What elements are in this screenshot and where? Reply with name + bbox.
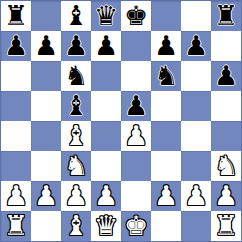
square-e4[interactable]: ♟ — [121, 121, 151, 151]
square-a4[interactable] — [1, 121, 31, 151]
square-d6[interactable] — [91, 61, 121, 91]
square-b2[interactable]: ♟ — [31, 181, 61, 211]
square-e1[interactable]: ♚ — [121, 211, 151, 241]
square-h4[interactable] — [211, 121, 241, 151]
piece-black-bishop[interactable]: ♝ — [64, 92, 88, 119]
piece-black-pawn[interactable]: ♟ — [154, 32, 178, 59]
piece-white-pawn[interactable]: ♟ — [64, 182, 88, 209]
square-e8[interactable]: ♚ — [121, 1, 151, 31]
square-f3[interactable] — [151, 151, 181, 181]
square-a5[interactable] — [1, 91, 31, 121]
square-c6[interactable]: ♞ — [61, 61, 91, 91]
square-f7[interactable]: ♟ — [151, 31, 181, 61]
square-e2[interactable] — [121, 181, 151, 211]
square-h3[interactable]: ♞ — [211, 151, 241, 181]
square-e7[interactable] — [121, 31, 151, 61]
piece-black-knight[interactable]: ♞ — [64, 62, 88, 89]
piece-black-pawn[interactable]: ♟ — [4, 32, 28, 59]
square-f6[interactable]: ♞ — [151, 61, 181, 91]
square-c2[interactable]: ♟ — [61, 181, 91, 211]
square-c4[interactable]: ♝ — [61, 121, 91, 151]
piece-white-pawn[interactable]: ♟ — [94, 182, 118, 209]
square-g4[interactable] — [181, 121, 211, 151]
piece-white-pawn[interactable]: ♟ — [34, 182, 58, 209]
chess-board: ♜♝♛♚♜♟♟♟♟♟♟♞♞♟♝♟♝♟♞♞♟♟♟♟♟♟♟♜♝♛♚♜ — [0, 0, 242, 242]
piece-black-rook[interactable]: ♜ — [4, 2, 28, 29]
square-f8[interactable] — [151, 1, 181, 31]
square-g7[interactable]: ♟ — [181, 31, 211, 61]
piece-white-knight[interactable]: ♞ — [64, 152, 88, 179]
piece-black-king[interactable]: ♚ — [124, 2, 148, 29]
piece-white-pawn[interactable]: ♟ — [154, 182, 178, 209]
piece-white-pawn[interactable]: ♟ — [184, 182, 208, 209]
piece-white-pawn[interactable]: ♟ — [214, 182, 238, 209]
piece-white-pawn[interactable]: ♟ — [124, 122, 148, 149]
piece-black-pawn[interactable]: ♟ — [124, 92, 148, 119]
square-h8[interactable]: ♜ — [211, 1, 241, 31]
square-a1[interactable]: ♜ — [1, 211, 31, 241]
square-d5[interactable] — [91, 91, 121, 121]
piece-white-bishop[interactable]: ♝ — [64, 122, 88, 149]
square-h2[interactable]: ♟ — [211, 181, 241, 211]
piece-white-bishop[interactable]: ♝ — [64, 212, 88, 239]
square-c8[interactable]: ♝ — [61, 1, 91, 31]
piece-black-bishop[interactable]: ♝ — [64, 2, 88, 29]
piece-black-knight[interactable]: ♞ — [154, 62, 178, 89]
square-d7[interactable]: ♟ — [91, 31, 121, 61]
square-f2[interactable]: ♟ — [151, 181, 181, 211]
square-c7[interactable]: ♟ — [61, 31, 91, 61]
square-g8[interactable] — [181, 1, 211, 31]
square-g3[interactable] — [181, 151, 211, 181]
piece-white-rook[interactable]: ♜ — [4, 212, 28, 239]
piece-white-king[interactable]: ♚ — [124, 212, 148, 239]
square-b1[interactable] — [31, 211, 61, 241]
piece-white-pawn[interactable]: ♟ — [4, 182, 28, 209]
square-c3[interactable]: ♞ — [61, 151, 91, 181]
square-e3[interactable] — [121, 151, 151, 181]
piece-black-pawn[interactable]: ♟ — [214, 62, 238, 89]
square-a8[interactable]: ♜ — [1, 1, 31, 31]
square-b4[interactable] — [31, 121, 61, 151]
square-b6[interactable] — [31, 61, 61, 91]
square-g2[interactable]: ♟ — [181, 181, 211, 211]
square-c1[interactable]: ♝ — [61, 211, 91, 241]
square-f1[interactable] — [151, 211, 181, 241]
square-d2[interactable]: ♟ — [91, 181, 121, 211]
square-e5[interactable]: ♟ — [121, 91, 151, 121]
square-b8[interactable] — [31, 1, 61, 31]
square-h5[interactable] — [211, 91, 241, 121]
square-d4[interactable] — [91, 121, 121, 151]
square-d8[interactable]: ♛ — [91, 1, 121, 31]
square-b7[interactable]: ♟ — [31, 31, 61, 61]
square-e6[interactable] — [121, 61, 151, 91]
piece-black-queen[interactable]: ♛ — [94, 2, 118, 29]
piece-black-rook[interactable]: ♜ — [214, 2, 238, 29]
square-g1[interactable] — [181, 211, 211, 241]
square-f4[interactable] — [151, 121, 181, 151]
piece-black-pawn[interactable]: ♟ — [34, 32, 58, 59]
square-a7[interactable]: ♟ — [1, 31, 31, 61]
square-g6[interactable] — [181, 61, 211, 91]
piece-black-pawn[interactable]: ♟ — [184, 32, 208, 59]
square-a2[interactable]: ♟ — [1, 181, 31, 211]
square-h6[interactable]: ♟ — [211, 61, 241, 91]
piece-white-rook[interactable]: ♜ — [214, 212, 238, 239]
piece-white-knight[interactable]: ♞ — [214, 152, 238, 179]
piece-white-queen[interactable]: ♛ — [94, 212, 118, 239]
square-d1[interactable]: ♛ — [91, 211, 121, 241]
square-a6[interactable] — [1, 61, 31, 91]
piece-black-pawn[interactable]: ♟ — [94, 32, 118, 59]
square-b5[interactable] — [31, 91, 61, 121]
square-b3[interactable] — [31, 151, 61, 181]
square-h1[interactable]: ♜ — [211, 211, 241, 241]
square-g5[interactable] — [181, 91, 211, 121]
square-c5[interactable]: ♝ — [61, 91, 91, 121]
piece-black-pawn[interactable]: ♟ — [64, 32, 88, 59]
square-f5[interactable] — [151, 91, 181, 121]
square-d3[interactable] — [91, 151, 121, 181]
square-h7[interactable] — [211, 31, 241, 61]
square-a3[interactable] — [1, 151, 31, 181]
